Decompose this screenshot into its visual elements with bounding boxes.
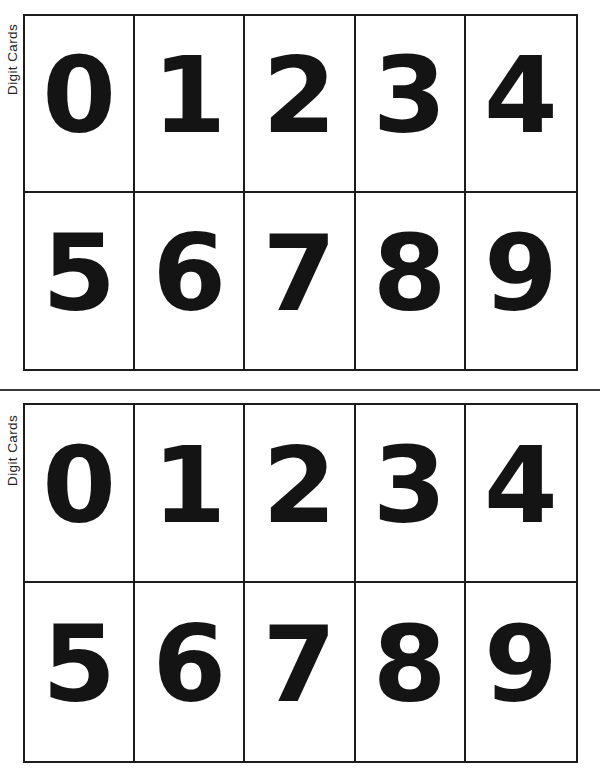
sheet-title-vertical: Digit Cards [5, 24, 20, 95]
digit-glyph: 6 [152, 612, 226, 718]
cut-line-divider [0, 389, 600, 391]
digit-glyph: 9 [484, 221, 558, 327]
digit-glyph: 9 [484, 612, 558, 718]
digit-glyph: 0 [42, 43, 116, 149]
digit-card-7: 7 [245, 583, 355, 761]
digit-card-3: 3 [356, 405, 466, 583]
digit-card-grid-bottom: 0 1 2 3 4 5 6 7 8 9 [23, 403, 578, 763]
digit-card-5: 5 [25, 583, 135, 761]
digit-glyph: 8 [373, 221, 447, 327]
digit-glyph: 8 [373, 612, 447, 718]
digit-card-2: 2 [245, 16, 355, 193]
digit-card-grid-top: 0 1 2 3 4 5 6 7 8 9 [23, 14, 578, 371]
digit-glyph: 1 [152, 43, 226, 149]
digit-card-6: 6 [135, 193, 245, 370]
sheet-title-vertical: Digit Cards [5, 415, 20, 486]
digit-glyph: 2 [263, 43, 337, 149]
digit-card-4: 4 [466, 16, 576, 193]
digit-glyph: 5 [42, 612, 116, 718]
digit-glyph: 1 [152, 433, 226, 539]
digit-glyph: 2 [263, 433, 337, 539]
digit-card-5: 5 [25, 193, 135, 370]
digit-card-3: 3 [356, 16, 466, 193]
digit-card-8: 8 [356, 583, 466, 761]
digit-glyph: 0 [42, 433, 116, 539]
digit-glyph: 7 [263, 221, 337, 327]
digit-glyph: 5 [42, 221, 116, 327]
digit-card-8: 8 [356, 193, 466, 370]
digit-card-4: 4 [466, 405, 576, 583]
digit-glyph: 4 [484, 433, 558, 539]
digit-glyph: 3 [373, 433, 447, 539]
digit-card-9: 9 [466, 583, 576, 761]
digit-card-2: 2 [245, 405, 355, 583]
digit-card-7: 7 [245, 193, 355, 370]
digit-card-0: 0 [25, 16, 135, 193]
digit-glyph: 6 [152, 221, 226, 327]
digit-card-6: 6 [135, 583, 245, 761]
digit-card-9: 9 [466, 193, 576, 370]
digit-glyph: 3 [373, 43, 447, 149]
digit-card-1: 1 [135, 405, 245, 583]
digit-card-0: 0 [25, 405, 135, 583]
digit-card-1: 1 [135, 16, 245, 193]
digit-glyph: 4 [484, 43, 558, 149]
digit-glyph: 7 [263, 612, 337, 718]
